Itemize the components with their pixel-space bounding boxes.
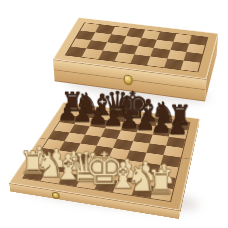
- square-e4: [109, 148, 130, 160]
- board-brass-clasp-icon: [51, 191, 59, 199]
- product-photo-chess-set: ♜♞♝♛♚♝♞♜♟♟♟♟♟♟♟♟♟♟♟♟♟♟♟♟♜♞♝♛♚♝♞♜: [0, 0, 228, 228]
- square-g1: ♞: [132, 184, 154, 199]
- square-e6: [117, 130, 137, 141]
- chess-board: ♜♞♝♛♚♝♞♜♟♟♟♟♟♟♟♟♟♟♟♟♟♟♟♟♜♞♝♛♚♝♞♜: [9, 102, 200, 210]
- lid-square: [131, 54, 151, 65]
- brass-clasp-icon: [124, 74, 133, 85]
- square-f1: ♝: [113, 181, 136, 195]
- square-c3: [70, 153, 92, 165]
- chess-box-closed: [53, 17, 218, 79]
- square-e2: ♟: [100, 167, 122, 180]
